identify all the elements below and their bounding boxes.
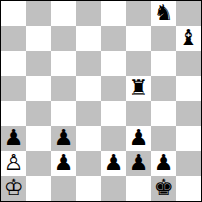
square-f6[interactable] bbox=[126, 51, 151, 76]
chess-board: ♞♝♜♟♟♟♙♟♟♟♟♔♚ bbox=[0, 0, 202, 202]
square-e6[interactable] bbox=[101, 51, 126, 76]
square-h2[interactable] bbox=[176, 151, 201, 176]
square-a1[interactable]: ♔ bbox=[1, 176, 26, 201]
square-e8[interactable] bbox=[101, 1, 126, 26]
square-b8[interactable] bbox=[26, 1, 51, 26]
square-h5[interactable] bbox=[176, 76, 201, 101]
chess-diagram: ♞♝♜♟♟♟♙♟♟♟♟♔♚ bbox=[0, 0, 202, 202]
square-e1[interactable] bbox=[101, 176, 126, 201]
square-b2[interactable] bbox=[26, 151, 51, 176]
square-c3[interactable]: ♟ bbox=[51, 126, 76, 151]
piece-black-pawn: ♟ bbox=[154, 151, 174, 175]
square-f5[interactable]: ♜ bbox=[126, 76, 151, 101]
square-a3[interactable]: ♟ bbox=[1, 126, 26, 151]
square-h1[interactable] bbox=[176, 176, 201, 201]
square-c7[interactable] bbox=[51, 26, 76, 51]
square-b4[interactable] bbox=[26, 101, 51, 126]
square-f1[interactable] bbox=[126, 176, 151, 201]
piece-black-pawn: ♟ bbox=[54, 126, 74, 150]
square-c5[interactable] bbox=[51, 76, 76, 101]
square-b1[interactable] bbox=[26, 176, 51, 201]
square-g7[interactable] bbox=[151, 26, 176, 51]
square-d1[interactable] bbox=[76, 176, 101, 201]
square-b7[interactable] bbox=[26, 26, 51, 51]
square-c8[interactable] bbox=[51, 1, 76, 26]
square-c1[interactable] bbox=[51, 176, 76, 201]
square-d2[interactable] bbox=[76, 151, 101, 176]
square-b6[interactable] bbox=[26, 51, 51, 76]
square-f2[interactable]: ♟ bbox=[126, 151, 151, 176]
piece-white-king: ♔ bbox=[4, 176, 24, 200]
piece-white-pawn: ♙ bbox=[4, 151, 24, 175]
square-f4[interactable] bbox=[126, 101, 151, 126]
square-f7[interactable] bbox=[126, 26, 151, 51]
piece-black-pawn: ♟ bbox=[129, 151, 149, 175]
square-b5[interactable] bbox=[26, 76, 51, 101]
piece-black-knight: ♞ bbox=[154, 1, 174, 25]
square-d5[interactable] bbox=[76, 76, 101, 101]
square-d8[interactable] bbox=[76, 1, 101, 26]
square-h3[interactable] bbox=[176, 126, 201, 151]
piece-black-pawn: ♟ bbox=[54, 151, 74, 175]
square-e5[interactable] bbox=[101, 76, 126, 101]
square-c4[interactable] bbox=[51, 101, 76, 126]
square-g1[interactable]: ♚ bbox=[151, 176, 176, 201]
piece-black-bishop: ♝ bbox=[179, 26, 199, 50]
square-c6[interactable] bbox=[51, 51, 76, 76]
piece-black-rook: ♜ bbox=[129, 76, 149, 100]
square-h6[interactable] bbox=[176, 51, 201, 76]
square-g8[interactable]: ♞ bbox=[151, 1, 176, 26]
square-e4[interactable] bbox=[101, 101, 126, 126]
square-h8[interactable] bbox=[176, 1, 201, 26]
square-e2[interactable]: ♟ bbox=[101, 151, 126, 176]
square-a4[interactable] bbox=[1, 101, 26, 126]
square-h7[interactable]: ♝ bbox=[176, 26, 201, 51]
square-a7[interactable] bbox=[1, 26, 26, 51]
square-f3[interactable]: ♟ bbox=[126, 126, 151, 151]
square-a2[interactable]: ♙ bbox=[1, 151, 26, 176]
piece-black-pawn: ♟ bbox=[129, 126, 149, 150]
piece-black-pawn: ♟ bbox=[4, 126, 24, 150]
square-d3[interactable] bbox=[76, 126, 101, 151]
square-c2[interactable]: ♟ bbox=[51, 151, 76, 176]
square-d4[interactable] bbox=[76, 101, 101, 126]
square-g4[interactable] bbox=[151, 101, 176, 126]
square-f8[interactable] bbox=[126, 1, 151, 26]
square-a8[interactable] bbox=[1, 1, 26, 26]
square-g2[interactable]: ♟ bbox=[151, 151, 176, 176]
square-a6[interactable] bbox=[1, 51, 26, 76]
square-g5[interactable] bbox=[151, 76, 176, 101]
square-a5[interactable] bbox=[1, 76, 26, 101]
square-g6[interactable] bbox=[151, 51, 176, 76]
piece-black-pawn: ♟ bbox=[104, 151, 124, 175]
square-b3[interactable] bbox=[26, 126, 51, 151]
square-h4[interactable] bbox=[176, 101, 201, 126]
square-d6[interactable] bbox=[76, 51, 101, 76]
square-e7[interactable] bbox=[101, 26, 126, 51]
piece-black-king: ♚ bbox=[154, 176, 174, 200]
square-d7[interactable] bbox=[76, 26, 101, 51]
square-g3[interactable] bbox=[151, 126, 176, 151]
square-e3[interactable] bbox=[101, 126, 126, 151]
